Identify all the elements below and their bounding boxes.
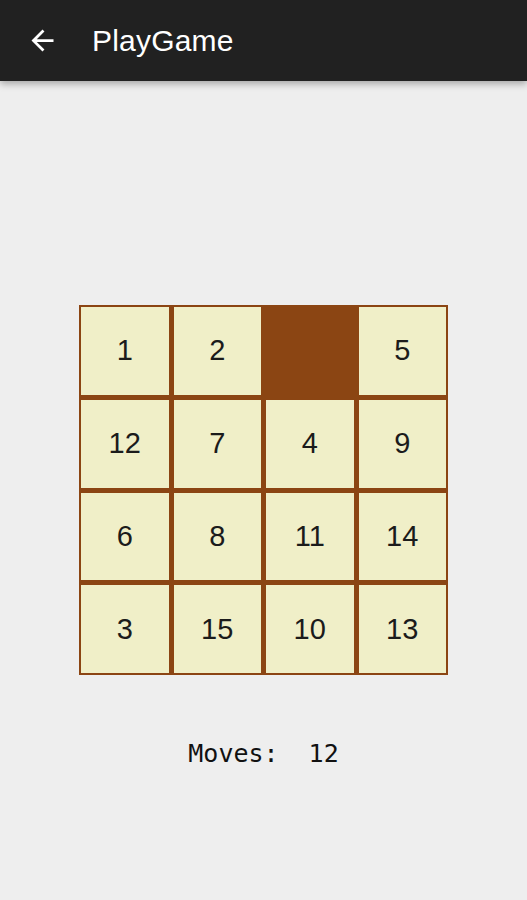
moves-label: Moves: xyxy=(188,739,278,768)
moves-status: Moves:12 xyxy=(0,739,527,768)
empty-cell xyxy=(266,307,354,395)
tile-14[interactable]: 14 xyxy=(359,493,447,581)
moves-count: 12 xyxy=(309,739,339,768)
tile-2[interactable]: 2 xyxy=(174,307,262,395)
tile-11[interactable]: 11 xyxy=(266,493,354,581)
tile-15[interactable]: 15 xyxy=(174,585,262,673)
tile-12[interactable]: 12 xyxy=(81,400,169,488)
tile-6[interactable]: 6 xyxy=(81,493,169,581)
back-button[interactable] xyxy=(18,17,66,65)
tile-7[interactable]: 7 xyxy=(174,400,262,488)
tile-4[interactable]: 4 xyxy=(266,400,354,488)
tile-9[interactable]: 9 xyxy=(359,400,447,488)
puzzle-board: 125127496811143151013 xyxy=(79,305,448,675)
app-bar: PlayGame xyxy=(0,0,527,81)
tile-10[interactable]: 10 xyxy=(266,585,354,673)
tile-8[interactable]: 8 xyxy=(174,493,262,581)
tile-13[interactable]: 13 xyxy=(359,585,447,673)
tile-3[interactable]: 3 xyxy=(81,585,169,673)
arrow-left-icon xyxy=(26,24,59,57)
page-title: PlayGame xyxy=(92,24,234,58)
tile-5[interactable]: 5 xyxy=(359,307,447,395)
tile-1[interactable]: 1 xyxy=(81,307,169,395)
